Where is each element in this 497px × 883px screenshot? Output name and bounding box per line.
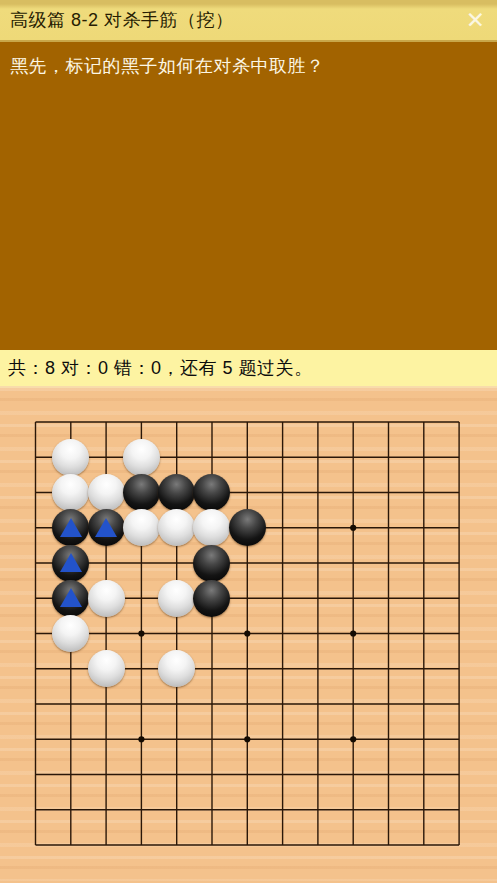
- stats-text: 共：8 对：0 错：0，还有 5 题过关。: [0, 350, 497, 386]
- black-stone: [158, 474, 195, 511]
- board-point-2-3[interactable]: [53, 475, 88, 510]
- board-point-8-9[interactable]: [265, 686, 300, 721]
- board-point-13-8[interactable]: [441, 651, 476, 686]
- black-stone-triangle-marked: [52, 580, 89, 617]
- black-stone-triangle-marked: [52, 509, 89, 546]
- board-point-9-8[interactable]: [300, 651, 335, 686]
- board-point-7-13[interactable]: [230, 827, 265, 862]
- board-point-6-13[interactable]: [194, 827, 229, 862]
- board-point-11-9[interactable]: [371, 686, 406, 721]
- board-point-2-10[interactable]: [53, 722, 88, 757]
- board-point-12-1[interactable]: [406, 404, 441, 439]
- board-point-13-5[interactable]: [441, 545, 476, 580]
- board-point-13-11[interactable]: [441, 757, 476, 792]
- board-point-11-2[interactable]: [371, 440, 406, 475]
- board-point-9-6[interactable]: [300, 581, 335, 616]
- board-point-2-7[interactable]: [53, 616, 88, 651]
- board-point-2-4[interactable]: [53, 510, 88, 545]
- board-point-10-5[interactable]: [336, 545, 371, 580]
- board-point-4-4[interactable]: [124, 510, 159, 545]
- board-point-13-3[interactable]: [441, 475, 476, 510]
- board-point-12-7[interactable]: [406, 616, 441, 651]
- white-stone: [88, 474, 125, 511]
- board-point-3-4[interactable]: [88, 510, 123, 545]
- white-stone: [52, 615, 89, 652]
- board-point-4-6[interactable]: [124, 581, 159, 616]
- white-stone: [88, 580, 125, 617]
- board-point-11-10[interactable]: [371, 722, 406, 757]
- board-point-3-8[interactable]: [88, 651, 123, 686]
- white-stone: [123, 439, 160, 476]
- board-point-9-7[interactable]: [300, 616, 335, 651]
- board-point-4-8[interactable]: [124, 651, 159, 686]
- board-point-9-4[interactable]: [300, 510, 335, 545]
- board-point-1-2[interactable]: [18, 440, 53, 475]
- close-icon[interactable]: ✕: [466, 0, 485, 40]
- board-point-9-2[interactable]: [300, 440, 335, 475]
- board-point-3-6[interactable]: [88, 581, 123, 616]
- puzzle-screen: 高级篇 8-2 对杀手筋（挖） ✕ 黑先，标记的黑子如何在对杀中取胜？ 共：8 …: [0, 0, 497, 883]
- board-point-11-8[interactable]: [371, 651, 406, 686]
- board-point-1-8[interactable]: [18, 651, 53, 686]
- triangle-mark-icon: [60, 588, 82, 607]
- board-point-9-1[interactable]: [300, 404, 335, 439]
- board-point-4-3[interactable]: [124, 475, 159, 510]
- board-point-1-3[interactable]: [18, 475, 53, 510]
- board-point-12-12[interactable]: [406, 792, 441, 827]
- board-point-5-9[interactable]: [159, 686, 194, 721]
- board-point-6-3[interactable]: [194, 475, 229, 510]
- board-point-13-12[interactable]: [441, 792, 476, 827]
- board-point-4-7[interactable]: [124, 616, 159, 651]
- white-stone: [123, 509, 160, 546]
- white-stone: [52, 474, 89, 511]
- board-point-3-3[interactable]: [88, 475, 123, 510]
- triangle-mark-icon: [60, 553, 82, 572]
- board-point-11-4[interactable]: [371, 510, 406, 545]
- board-point-1-1[interactable]: [18, 404, 53, 439]
- board-point-1-13[interactable]: [18, 827, 53, 862]
- board-point-10-2[interactable]: [336, 440, 371, 475]
- board-point-3-7[interactable]: [88, 616, 123, 651]
- board-point-10-13[interactable]: [336, 827, 371, 862]
- board-point-4-11[interactable]: [124, 757, 159, 792]
- board-point-2-11[interactable]: [53, 757, 88, 792]
- board-point-6-9[interactable]: [194, 686, 229, 721]
- board-point-7-8[interactable]: [230, 651, 265, 686]
- board-point-7-1[interactable]: [230, 404, 265, 439]
- board-point-1-5[interactable]: [18, 545, 53, 580]
- white-stone: [158, 509, 195, 546]
- black-stone: [229, 509, 266, 546]
- board-point-10-12[interactable]: [336, 792, 371, 827]
- board-point-12-10[interactable]: [406, 722, 441, 757]
- board-point-5-3[interactable]: [159, 475, 194, 510]
- board-point-8-3[interactable]: [265, 475, 300, 510]
- board-point-9-12[interactable]: [300, 792, 335, 827]
- white-stone: [52, 439, 89, 476]
- board-point-4-9[interactable]: [124, 686, 159, 721]
- board-point-5-8[interactable]: [159, 651, 194, 686]
- board-point-1-7[interactable]: [18, 616, 53, 651]
- board-point-11-6[interactable]: [371, 581, 406, 616]
- board-point-6-2[interactable]: [194, 440, 229, 475]
- board-point-11-3[interactable]: [371, 475, 406, 510]
- board-point-1-12[interactable]: [18, 792, 53, 827]
- black-stone: [193, 545, 230, 582]
- black-stone: [193, 474, 230, 511]
- board-point-2-8[interactable]: [53, 651, 88, 686]
- board-point-13-6[interactable]: [441, 581, 476, 616]
- board-point-4-5[interactable]: [124, 545, 159, 580]
- title-bar: 高级篇 8-2 对杀手筋（挖） ✕: [0, 0, 497, 42]
- white-stone: [158, 650, 195, 687]
- board-point-2-12[interactable]: [53, 792, 88, 827]
- board-point-12-8[interactable]: [406, 651, 441, 686]
- board-point-5-13[interactable]: [159, 827, 194, 862]
- board-point-12-5[interactable]: [406, 545, 441, 580]
- board-point-2-1[interactable]: [53, 404, 88, 439]
- board-point-3-5[interactable]: [88, 545, 123, 580]
- board-point-11-12[interactable]: [371, 792, 406, 827]
- board-point-7-3[interactable]: [230, 475, 265, 510]
- board-point-4-10[interactable]: [124, 722, 159, 757]
- board-point-6-10[interactable]: [194, 722, 229, 757]
- board-point-6-7[interactable]: [194, 616, 229, 651]
- board-point-8-6[interactable]: [265, 581, 300, 616]
- board-point-12-9[interactable]: [406, 686, 441, 721]
- black-stone-triangle-marked: [52, 545, 89, 582]
- board-point-10-8[interactable]: [336, 651, 371, 686]
- board-point-10-7[interactable]: [336, 616, 371, 651]
- stats-bar: 共：8 对：0 错：0，还有 5 题过关。: [0, 350, 497, 388]
- board-point-13-2[interactable]: [441, 440, 476, 475]
- board-point-9-3[interactable]: [300, 475, 335, 510]
- board-point-8-11[interactable]: [265, 757, 300, 792]
- board-point-13-7[interactable]: [441, 616, 476, 651]
- board-point-3-1[interactable]: [88, 404, 123, 439]
- board-point-11-13[interactable]: [371, 827, 406, 862]
- board-point-10-4[interactable]: [336, 510, 371, 545]
- board-point-11-1[interactable]: [371, 404, 406, 439]
- board-point-11-11[interactable]: [371, 757, 406, 792]
- board-point-3-12[interactable]: [88, 792, 123, 827]
- triangle-mark-icon: [95, 518, 117, 537]
- board-point-5-12[interactable]: [159, 792, 194, 827]
- board-point-3-13[interactable]: [88, 827, 123, 862]
- board-point-7-10[interactable]: [230, 722, 265, 757]
- board-point-9-9[interactable]: [300, 686, 335, 721]
- goban-grid: [18, 404, 477, 862]
- board-point-9-11[interactable]: [300, 757, 335, 792]
- board-point-1-6[interactable]: [18, 581, 53, 616]
- board-point-7-12[interactable]: [230, 792, 265, 827]
- board-point-5-2[interactable]: [159, 440, 194, 475]
- black-stone-triangle-marked: [88, 509, 125, 546]
- go-board: [0, 388, 497, 881]
- black-stone: [123, 474, 160, 511]
- board-point-6-5[interactable]: [194, 545, 229, 580]
- board-point-7-6[interactable]: [230, 581, 265, 616]
- board-point-7-4[interactable]: [230, 510, 265, 545]
- board-point-9-13[interactable]: [300, 827, 335, 862]
- board-point-1-11[interactable]: [18, 757, 53, 792]
- board-point-1-4[interactable]: [18, 510, 53, 545]
- board-point-5-6[interactable]: [159, 581, 194, 616]
- board-point-10-3[interactable]: [336, 475, 371, 510]
- board-point-13-4[interactable]: [441, 510, 476, 545]
- board-point-4-12[interactable]: [124, 792, 159, 827]
- board-point-6-4[interactable]: [194, 510, 229, 545]
- board-point-8-5[interactable]: [265, 545, 300, 580]
- board-point-13-9[interactable]: [441, 686, 476, 721]
- board-point-6-12[interactable]: [194, 792, 229, 827]
- board-point-10-11[interactable]: [336, 757, 371, 792]
- board-point-11-7[interactable]: [371, 616, 406, 651]
- board-point-12-11[interactable]: [406, 757, 441, 792]
- board-point-4-1[interactable]: [124, 404, 159, 439]
- board-point-8-1[interactable]: [265, 404, 300, 439]
- board-point-8-12[interactable]: [265, 792, 300, 827]
- board-point-12-6[interactable]: [406, 581, 441, 616]
- board-point-10-1[interactable]: [336, 404, 371, 439]
- board-point-6-8[interactable]: [194, 651, 229, 686]
- board-point-5-10[interactable]: [159, 722, 194, 757]
- board-point-1-10[interactable]: [18, 722, 53, 757]
- board-point-2-13[interactable]: [53, 827, 88, 862]
- board-point-8-2[interactable]: [265, 440, 300, 475]
- white-stone: [88, 650, 125, 687]
- board-point-10-6[interactable]: [336, 581, 371, 616]
- triangle-mark-icon: [60, 518, 82, 537]
- board-point-3-9[interactable]: [88, 686, 123, 721]
- board-point-7-11[interactable]: [230, 757, 265, 792]
- board-point-11-5[interactable]: [371, 545, 406, 580]
- board-point-13-10[interactable]: [441, 722, 476, 757]
- board-point-3-10[interactable]: [88, 722, 123, 757]
- board-point-5-4[interactable]: [159, 510, 194, 545]
- board-point-5-11[interactable]: [159, 757, 194, 792]
- board-point-1-9[interactable]: [18, 686, 53, 721]
- board-point-7-2[interactable]: [230, 440, 265, 475]
- black-stone: [193, 580, 230, 617]
- board-point-8-7[interactable]: [265, 616, 300, 651]
- board-point-12-2[interactable]: [406, 440, 441, 475]
- board-point-13-1[interactable]: [441, 404, 476, 439]
- prompt-text: 黑先，标记的黑子如何在对杀中取胜？: [10, 54, 487, 78]
- board-point-5-5[interactable]: [159, 545, 194, 580]
- white-stone: [193, 509, 230, 546]
- board-point-12-4[interactable]: [406, 510, 441, 545]
- board-point-10-10[interactable]: [336, 722, 371, 757]
- board-point-2-5[interactable]: [53, 545, 88, 580]
- prompt-area: 黑先，标记的黑子如何在对杀中取胜？: [0, 42, 497, 350]
- board-point-2-9[interactable]: [53, 686, 88, 721]
- board-point-10-9[interactable]: [336, 686, 371, 721]
- white-stone: [158, 580, 195, 617]
- board-point-9-10[interactable]: [300, 722, 335, 757]
- board-point-2-2[interactable]: [53, 440, 88, 475]
- board-point-5-1[interactable]: [159, 404, 194, 439]
- board-point-6-1[interactable]: [194, 404, 229, 439]
- board-point-7-9[interactable]: [230, 686, 265, 721]
- board-point-8-8[interactable]: [265, 651, 300, 686]
- board-point-12-13[interactable]: [406, 827, 441, 862]
- board-point-2-6[interactable]: [53, 581, 88, 616]
- board-point-9-5[interactable]: [300, 545, 335, 580]
- board-point-3-2[interactable]: [88, 440, 123, 475]
- board-point-13-13[interactable]: [441, 827, 476, 862]
- board-point-4-2[interactable]: [124, 440, 159, 475]
- board-point-12-3[interactable]: [406, 475, 441, 510]
- board-point-8-13[interactable]: [265, 827, 300, 862]
- board-point-4-13[interactable]: [124, 827, 159, 862]
- board-point-8-4[interactable]: [265, 510, 300, 545]
- board-point-7-7[interactable]: [230, 616, 265, 651]
- board-point-6-6[interactable]: [194, 581, 229, 616]
- board-point-7-5[interactable]: [230, 545, 265, 580]
- board-point-6-11[interactable]: [194, 757, 229, 792]
- board-point-8-10[interactable]: [265, 722, 300, 757]
- board-point-3-11[interactable]: [88, 757, 123, 792]
- page-title: 高级篇 8-2 对杀手筋（挖）: [10, 0, 234, 40]
- board-point-5-7[interactable]: [159, 616, 194, 651]
